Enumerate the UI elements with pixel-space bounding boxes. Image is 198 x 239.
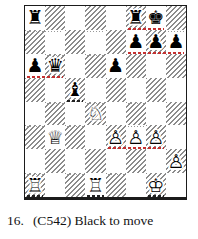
square-g3[interactable]: ♙	[146, 125, 166, 149]
square-c5[interactable]: ♝	[65, 78, 85, 102]
square-e7[interactable]	[106, 30, 126, 54]
square-h6[interactable]	[166, 54, 186, 78]
square-g4[interactable]	[146, 102, 166, 126]
square-b8[interactable]	[45, 6, 65, 30]
square-e2[interactable]	[106, 149, 126, 173]
square-g7[interactable]: ♟	[146, 30, 166, 54]
black-rook: ♜	[27, 8, 44, 27]
square-a6[interactable]: ♟	[25, 54, 45, 78]
white-queen: ♕	[47, 128, 64, 147]
black-pawn: ♟	[107, 56, 124, 75]
square-h4[interactable]	[166, 102, 186, 126]
square-f5[interactable]	[126, 78, 146, 102]
square-c3[interactable]	[65, 125, 85, 149]
square-e5[interactable]	[106, 78, 126, 102]
square-h8[interactable]	[166, 6, 186, 30]
black-pawn: ♟	[147, 32, 164, 51]
square-b3[interactable]: ♕	[45, 125, 65, 149]
square-c4[interactable]	[65, 102, 85, 126]
square-c6[interactable]	[65, 54, 85, 78]
square-g5[interactable]	[146, 78, 166, 102]
square-e4[interactable]	[106, 102, 126, 126]
square-f4[interactable]	[126, 102, 146, 126]
black-king: ♚	[147, 8, 164, 27]
square-d4[interactable]: ♘	[85, 102, 105, 126]
square-g8[interactable]: ♚	[146, 6, 166, 30]
white-rook: ♖	[27, 176, 44, 195]
white-rook: ♖	[87, 176, 104, 195]
square-f8[interactable]: ♜	[126, 6, 146, 30]
square-b1[interactable]	[45, 173, 65, 197]
white-pawn: ♙	[127, 128, 144, 147]
square-c7[interactable]	[65, 30, 85, 54]
square-e6[interactable]: ♟	[106, 54, 126, 78]
white-knight: ♘	[87, 104, 104, 123]
square-h5[interactable]	[166, 78, 186, 102]
square-f1[interactable]	[126, 173, 146, 197]
square-f3[interactable]: ♙	[126, 125, 146, 149]
square-b5[interactable]	[45, 78, 65, 102]
square-h2[interactable]: ♙	[166, 149, 186, 173]
square-g6[interactable]	[146, 54, 166, 78]
square-f6[interactable]	[126, 54, 146, 78]
square-a1[interactable]: ♖	[25, 173, 45, 197]
square-e3[interactable]: ♙	[106, 125, 126, 149]
white-king: ♔	[147, 176, 164, 195]
square-g1[interactable]: ♔	[146, 173, 166, 197]
chess-board: ♜♜♚♟♟♟♟♛♟♝♘♕♙♙♙♙♖♖♔	[24, 5, 187, 200]
white-pawn: ♙	[167, 152, 184, 171]
square-b4[interactable]	[45, 102, 65, 126]
square-h1[interactable]	[166, 173, 186, 197]
square-d5[interactable]	[85, 78, 105, 102]
square-c8[interactable]	[65, 6, 85, 30]
caption: 16.(C542) Black to move	[7, 213, 153, 229]
square-d7[interactable]	[85, 30, 105, 54]
black-pawn: ♟	[167, 32, 184, 51]
square-d1[interactable]: ♖	[85, 173, 105, 197]
square-c2[interactable]	[65, 149, 85, 173]
square-b7[interactable]	[45, 30, 65, 54]
page: ♜♜♚♟♟♟♟♛♟♝♘♕♙♙♙♙♖♖♔ 16.(C542) Black to m…	[0, 0, 198, 239]
square-d8[interactable]	[85, 6, 105, 30]
square-h3[interactable]	[166, 125, 186, 149]
board-grid: ♜♜♚♟♟♟♟♛♟♝♘♕♙♙♙♙♖♖♔	[25, 6, 186, 197]
white-pawn: ♙	[147, 128, 164, 147]
square-c1[interactable]	[65, 173, 85, 197]
black-queen: ♛	[47, 56, 64, 75]
square-g2[interactable]	[146, 149, 166, 173]
square-a7[interactable]	[25, 30, 45, 54]
square-a8[interactable]: ♜	[25, 6, 45, 30]
square-d3[interactable]	[85, 125, 105, 149]
square-a4[interactable]	[25, 102, 45, 126]
black-pawn: ♟	[127, 32, 144, 51]
caption-number: 16.	[7, 213, 24, 228]
black-rook: ♜	[127, 8, 144, 27]
square-b6[interactable]: ♛	[45, 54, 65, 78]
square-a5[interactable]	[25, 78, 45, 102]
square-a2[interactable]	[25, 149, 45, 173]
black-bishop: ♝	[67, 80, 84, 99]
square-f7[interactable]: ♟	[126, 30, 146, 54]
square-e8[interactable]	[106, 6, 126, 30]
square-b2[interactable]	[45, 149, 65, 173]
square-d6[interactable]	[85, 54, 105, 78]
square-d2[interactable]	[85, 149, 105, 173]
caption-label: (C542) Black to move	[33, 213, 153, 228]
square-f2[interactable]	[126, 149, 146, 173]
square-e1[interactable]	[106, 173, 126, 197]
square-a3[interactable]	[25, 125, 45, 149]
black-pawn: ♟	[27, 56, 44, 75]
square-h7[interactable]: ♟	[166, 30, 186, 54]
white-pawn: ♙	[107, 128, 124, 147]
